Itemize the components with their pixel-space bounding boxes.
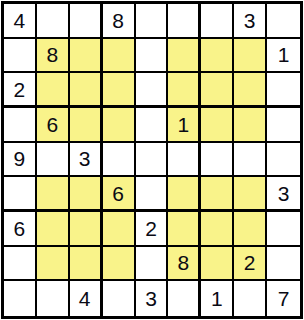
cell-r9c4-empty[interactable] bbox=[103, 281, 136, 316]
cell-r2c8-empty[interactable] bbox=[234, 39, 267, 74]
cell-r6c8-empty[interactable] bbox=[234, 177, 267, 212]
cell-r4c3-empty[interactable] bbox=[70, 108, 103, 143]
cell-r4c6-given-1[interactable]: 1 bbox=[168, 108, 201, 143]
cell-r1c4-given-8[interactable]: 8 bbox=[103, 4, 136, 39]
cell-r4c4-empty[interactable] bbox=[103, 108, 136, 143]
cell-r8c7-empty[interactable] bbox=[201, 247, 234, 282]
cell-r6c4-given-6[interactable]: 6 bbox=[103, 177, 136, 212]
cell-r7c1-given-6[interactable]: 6 bbox=[4, 212, 37, 247]
cell-r5c6-empty[interactable] bbox=[168, 143, 201, 178]
cell-r2c7-empty[interactable] bbox=[201, 39, 234, 74]
cell-r3c3-empty[interactable] bbox=[70, 73, 103, 108]
cell-r9c9-given-7[interactable]: 7 bbox=[267, 281, 300, 316]
cell-r6c6-empty[interactable] bbox=[168, 177, 201, 212]
cell-r1c9-empty[interactable] bbox=[267, 4, 300, 39]
cell-r5c9-empty[interactable] bbox=[267, 143, 300, 178]
cell-r7c2-empty[interactable] bbox=[37, 212, 70, 247]
cell-r3c4-empty[interactable] bbox=[103, 73, 136, 108]
cell-r2c6-empty[interactable] bbox=[168, 39, 201, 74]
cell-r9c6-empty[interactable] bbox=[168, 281, 201, 316]
cell-r7c4-empty[interactable] bbox=[103, 212, 136, 247]
cell-r4c2-given-6[interactable]: 6 bbox=[37, 108, 70, 143]
cell-r8c8-given-2[interactable]: 2 bbox=[234, 247, 267, 282]
cell-r4c5-empty[interactable] bbox=[136, 108, 169, 143]
cell-r3c6-empty[interactable] bbox=[168, 73, 201, 108]
cell-r5c3-given-3[interactable]: 3 bbox=[70, 143, 103, 178]
cell-r7c6-empty[interactable] bbox=[168, 212, 201, 247]
cell-r8c6-given-8[interactable]: 8 bbox=[168, 247, 201, 282]
cell-r6c9-given-3[interactable]: 3 bbox=[267, 177, 300, 212]
sudoku-board-wrapper: 48381261936362824317 bbox=[1, 1, 303, 319]
cell-r6c3-empty[interactable] bbox=[70, 177, 103, 212]
cell-r4c9-empty[interactable] bbox=[267, 108, 300, 143]
cell-r3c5-empty[interactable] bbox=[136, 73, 169, 108]
cell-r6c2-empty[interactable] bbox=[37, 177, 70, 212]
cell-r8c4-empty[interactable] bbox=[103, 247, 136, 282]
cell-r5c1-given-9[interactable]: 9 bbox=[4, 143, 37, 178]
cell-r9c2-empty[interactable] bbox=[37, 281, 70, 316]
cell-r3c2-empty[interactable] bbox=[37, 73, 70, 108]
cell-r4c7-empty[interactable] bbox=[201, 108, 234, 143]
cell-r2c5-empty[interactable] bbox=[136, 39, 169, 74]
cell-r3c7-empty[interactable] bbox=[201, 73, 234, 108]
cell-r7c5-given-2[interactable]: 2 bbox=[136, 212, 169, 247]
cell-r5c2-empty[interactable] bbox=[37, 143, 70, 178]
cell-r2c4-empty[interactable] bbox=[103, 39, 136, 74]
cell-r1c3-empty[interactable] bbox=[70, 4, 103, 39]
cell-r9c3-given-4[interactable]: 4 bbox=[70, 281, 103, 316]
cell-r1c6-empty[interactable] bbox=[168, 4, 201, 39]
cell-r2c3-empty[interactable] bbox=[70, 39, 103, 74]
cell-r7c9-empty[interactable] bbox=[267, 212, 300, 247]
cell-r6c1-empty[interactable] bbox=[4, 177, 37, 212]
cell-r7c3-empty[interactable] bbox=[70, 212, 103, 247]
cell-r7c8-empty[interactable] bbox=[234, 212, 267, 247]
cell-r4c1-empty[interactable] bbox=[4, 108, 37, 143]
cell-r6c5-empty[interactable] bbox=[136, 177, 169, 212]
cell-r2c9-given-1[interactable]: 1 bbox=[267, 39, 300, 74]
cell-r8c1-empty[interactable] bbox=[4, 247, 37, 282]
cell-r3c1-given-2[interactable]: 2 bbox=[4, 73, 37, 108]
cell-r9c5-given-3[interactable]: 3 bbox=[136, 281, 169, 316]
cell-r9c8-empty[interactable] bbox=[234, 281, 267, 316]
cell-r6c7-empty[interactable] bbox=[201, 177, 234, 212]
cell-r7c7-empty[interactable] bbox=[201, 212, 234, 247]
cell-r2c2-given-8[interactable]: 8 bbox=[37, 39, 70, 74]
cell-r8c5-empty[interactable] bbox=[136, 247, 169, 282]
cell-r9c7-given-1[interactable]: 1 bbox=[201, 281, 234, 316]
cell-r4c8-empty[interactable] bbox=[234, 108, 267, 143]
cell-r9c1-empty[interactable] bbox=[4, 281, 37, 316]
cell-r8c2-empty[interactable] bbox=[37, 247, 70, 282]
cell-r3c8-empty[interactable] bbox=[234, 73, 267, 108]
cell-r1c1-given-4[interactable]: 4 bbox=[4, 4, 37, 39]
cell-r5c4-empty[interactable] bbox=[103, 143, 136, 178]
sudoku-board: 48381261936362824317 bbox=[1, 1, 303, 319]
cell-r5c7-empty[interactable] bbox=[201, 143, 234, 178]
cell-r1c7-empty[interactable] bbox=[201, 4, 234, 39]
cell-r3c9-empty[interactable] bbox=[267, 73, 300, 108]
cell-r1c2-empty[interactable] bbox=[37, 4, 70, 39]
cell-r5c5-empty[interactable] bbox=[136, 143, 169, 178]
cell-r1c5-empty[interactable] bbox=[136, 4, 169, 39]
cell-r8c3-empty[interactable] bbox=[70, 247, 103, 282]
cell-r8c9-empty[interactable] bbox=[267, 247, 300, 282]
cell-r1c8-given-3[interactable]: 3 bbox=[234, 4, 267, 39]
cell-r5c8-empty[interactable] bbox=[234, 143, 267, 178]
cell-r2c1-empty[interactable] bbox=[4, 39, 37, 74]
